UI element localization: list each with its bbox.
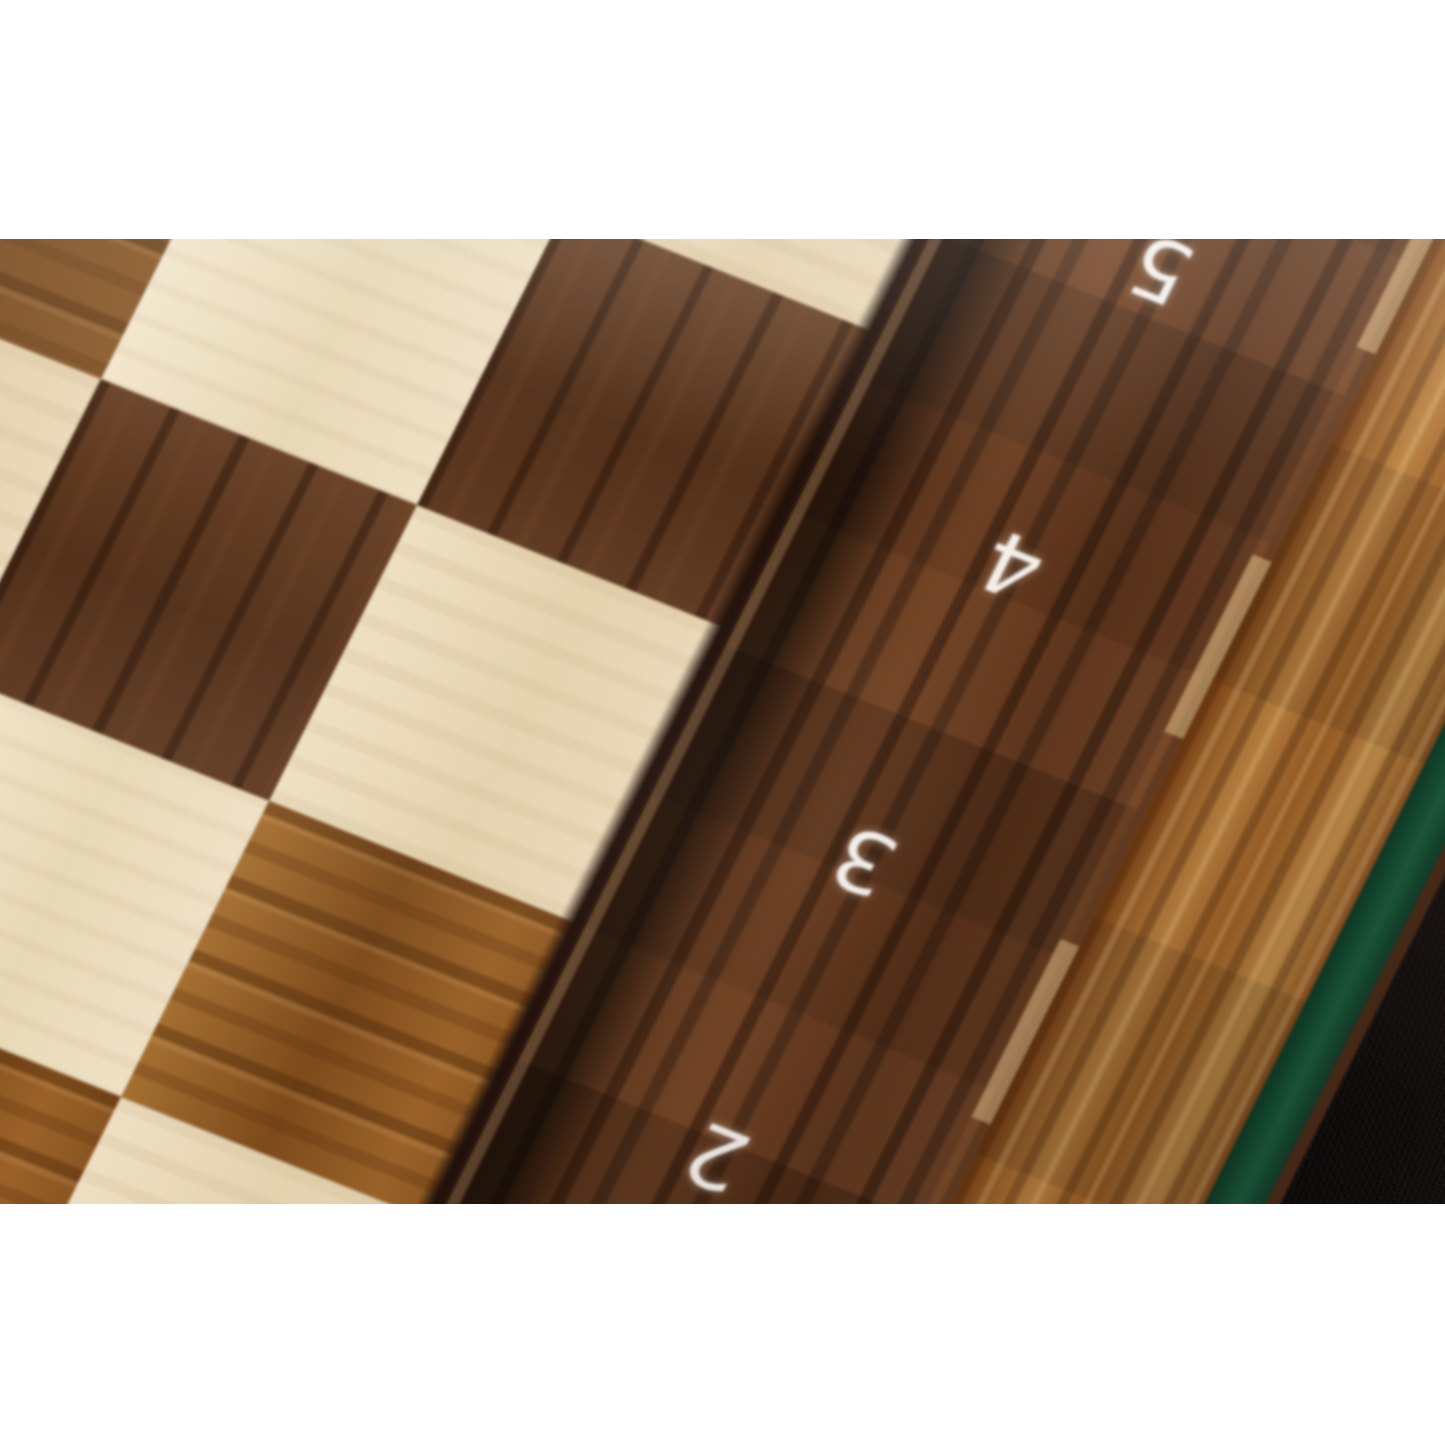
rank-label-5: 5 xyxy=(1058,239,1262,362)
white-matte-bottom xyxy=(0,1204,1445,1445)
rank-label-2: 2 xyxy=(614,1064,818,1204)
photograph: 5 4 3 2 xyxy=(0,239,1445,1204)
chessboard: 5 4 3 2 xyxy=(0,239,1445,1204)
rank-label-4: 4 xyxy=(910,472,1114,658)
rank-label-3: 3 xyxy=(762,768,966,954)
white-matte-top xyxy=(0,0,1445,239)
photo-canvas: 5 4 3 2 xyxy=(0,0,1445,1445)
